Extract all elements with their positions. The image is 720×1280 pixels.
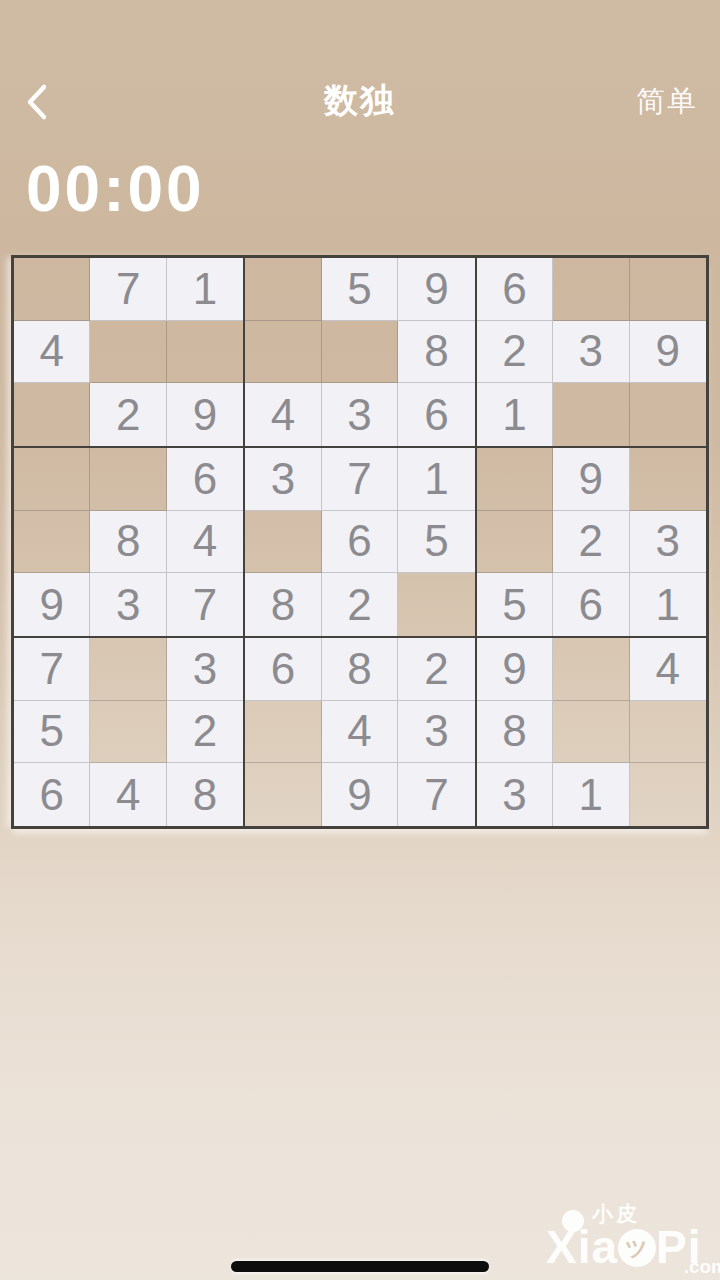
sudoku-box: 71429 [13,257,244,447]
sudoku-cell-r5c2[interactable]: 8 [90,511,166,574]
sudoku-cell-r1c4[interactable] [245,258,321,321]
sudoku-cell-r8c3[interactable]: 2 [167,701,243,764]
difficulty-label[interactable]: 简单 [636,82,698,122]
sudoku-cell-r4c7[interactable] [477,448,553,511]
sudoku-box: 684937 [13,447,244,637]
sudoku-cell-r5c8[interactable]: 2 [553,511,629,574]
sudoku-box: 6824397 [244,637,475,827]
sudoku-cell-r4c1[interactable] [14,448,90,511]
sudoku-cell-r1c3[interactable]: 1 [167,258,243,321]
sudoku-cell-r4c5[interactable]: 7 [322,448,398,511]
sudoku-cell-r4c6[interactable]: 1 [398,448,474,511]
sudoku-cell-r9c2[interactable]: 4 [90,763,166,826]
sudoku-cell-r5c1[interactable] [14,511,90,574]
sudoku-cell-r3c4[interactable]: 4 [245,383,321,446]
sudoku-cell-r7c6[interactable]: 2 [398,638,474,701]
sudoku-cell-r1c6[interactable]: 9 [398,258,474,321]
sudoku-cell-r4c4[interactable]: 3 [245,448,321,511]
sudoku-box: 923561 [476,447,707,637]
sudoku-cell-r3c6[interactable]: 6 [398,383,474,446]
sudoku-cell-r7c1[interactable]: 7 [14,638,90,701]
sudoku-cell-r5c5[interactable]: 6 [322,511,398,574]
sudoku-cell-r6c3[interactable]: 7 [167,573,243,636]
sudoku-cell-r6c2[interactable]: 3 [90,573,166,636]
sudoku-cell-r9c5[interactable]: 9 [322,763,398,826]
sudoku-cell-r6c6[interactable] [398,573,474,636]
sudoku-cell-r2c7[interactable]: 2 [477,321,553,384]
sudoku-cell-r6c9[interactable]: 1 [630,573,706,636]
sudoku-cell-r3c1[interactable] [14,383,90,446]
sudoku-cell-r3c2[interactable]: 2 [90,383,166,446]
sudoku-box: 62391 [476,257,707,447]
sudoku-box: 94831 [476,637,707,827]
sudoku-cell-r8c4[interactable] [245,701,321,764]
sudoku-cell-r7c4[interactable]: 6 [245,638,321,701]
xiaopi-watermark: 小皮 XiaPi .com [544,1192,720,1280]
sudoku-cell-r3c5[interactable]: 3 [322,383,398,446]
sudoku-cell-r7c8[interactable] [553,638,629,701]
sudoku-cell-r5c4[interactable] [245,511,321,574]
home-indicator[interactable] [231,1261,489,1272]
sudoku-cell-r3c8[interactable] [553,383,629,446]
sudoku-cell-r6c4[interactable]: 8 [245,573,321,636]
sudoku-box: 598436 [244,257,475,447]
sudoku-cell-r2c9[interactable]: 9 [630,321,706,384]
sudoku-board: 7142959843662391684937371658292356173526… [11,255,709,829]
sudoku-cell-r2c6[interactable]: 8 [398,321,474,384]
sudoku-cell-r9c9[interactable] [630,763,706,826]
sudoku-cell-r2c8[interactable]: 3 [553,321,629,384]
sudoku-cell-r9c8[interactable]: 1 [553,763,629,826]
sudoku-box: 3716582 [244,447,475,637]
sudoku-cell-r4c8[interactable]: 9 [553,448,629,511]
sudoku-cell-r6c1[interactable]: 9 [14,573,90,636]
sudoku-cell-r6c7[interactable]: 5 [477,573,553,636]
sudoku-cell-r5c7[interactable] [477,511,553,574]
sudoku-cell-r8c2[interactable] [90,701,166,764]
sudoku-cell-r2c2[interactable] [90,321,166,384]
sudoku-box: 7352648 [13,637,244,827]
watermark-brand-left: Xia [546,1221,618,1273]
sudoku-cell-r9c1[interactable]: 6 [14,763,90,826]
watermark-face-icon [618,1229,656,1267]
sudoku-cell-r2c1[interactable]: 4 [14,321,90,384]
timer: 00:00 [26,152,205,226]
sudoku-cell-r5c9[interactable]: 3 [630,511,706,574]
sudoku-cell-r8c7[interactable]: 8 [477,701,553,764]
sudoku-cell-r3c9[interactable] [630,383,706,446]
sudoku-cell-r4c9[interactable] [630,448,706,511]
sudoku-cell-r1c9[interactable] [630,258,706,321]
page-title: 数独 [0,78,720,124]
sudoku-cell-r2c4[interactable] [245,321,321,384]
sudoku-cell-r1c2[interactable]: 7 [90,258,166,321]
sudoku-cell-r3c7[interactable]: 1 [477,383,553,446]
sudoku-cell-r8c1[interactable]: 5 [14,701,90,764]
sudoku-cell-r2c3[interactable] [167,321,243,384]
sudoku-cell-r9c4[interactable] [245,763,321,826]
sudoku-cell-r5c3[interactable]: 4 [167,511,243,574]
sudoku-cell-r9c6[interactable]: 7 [398,763,474,826]
watermark-brand: XiaPi [546,1220,702,1274]
sudoku-cell-r4c3[interactable]: 6 [167,448,243,511]
sudoku-cell-r4c2[interactable] [90,448,166,511]
sudoku-cell-r1c1[interactable] [14,258,90,321]
sudoku-cell-r6c5[interactable]: 2 [322,573,398,636]
sudoku-cell-r1c5[interactable]: 5 [322,258,398,321]
sudoku-cell-r7c5[interactable]: 8 [322,638,398,701]
sudoku-cell-r7c2[interactable] [90,638,166,701]
sudoku-cell-r7c7[interactable]: 9 [477,638,553,701]
sudoku-cell-r3c3[interactable]: 9 [167,383,243,446]
sudoku-cell-r9c7[interactable]: 3 [477,763,553,826]
sudoku-cell-r8c8[interactable] [553,701,629,764]
sudoku-cell-r8c6[interactable]: 3 [398,701,474,764]
sudoku-cell-r8c5[interactable]: 4 [322,701,398,764]
sudoku-cell-r1c7[interactable]: 6 [477,258,553,321]
sudoku-cell-r7c3[interactable]: 3 [167,638,243,701]
sudoku-cell-r8c9[interactable] [630,701,706,764]
watermark-tld: .com [684,1256,720,1278]
sudoku-cell-r1c8[interactable] [553,258,629,321]
header: 数独 简单 [0,78,720,126]
sudoku-cell-r6c8[interactable]: 6 [553,573,629,636]
sudoku-cell-r5c6[interactable]: 5 [398,511,474,574]
sudoku-cell-r2c5[interactable] [322,321,398,384]
sudoku-cell-r7c9[interactable]: 4 [630,638,706,701]
sudoku-cell-r9c3[interactable]: 8 [167,763,243,826]
